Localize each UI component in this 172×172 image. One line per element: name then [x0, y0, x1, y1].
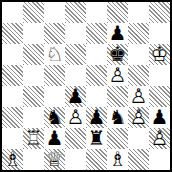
square-g1[interactable] — [128, 149, 149, 170]
square-h6[interactable]: ♚♔ — [149, 44, 170, 65]
white-pawn-h2[interactable]: ♟♙ — [149, 128, 170, 149]
square-f8[interactable] — [107, 2, 128, 23]
square-f1[interactable]: ♝♗ — [107, 149, 128, 170]
white-bishop-a1[interactable]: ♝♗ — [2, 149, 23, 170]
piece-outline: ♙ — [149, 128, 170, 149]
square-d2[interactable] — [65, 128, 86, 149]
square-b2[interactable]: ♜♖ — [23, 128, 44, 149]
square-a5[interactable] — [2, 65, 23, 86]
square-h2[interactable]: ♟♙ — [149, 128, 170, 149]
piece-outline: ♗ — [107, 149, 128, 170]
square-c8[interactable] — [44, 2, 65, 23]
white-knight-c6[interactable]: ♞♘ — [44, 44, 65, 65]
square-h8[interactable] — [149, 2, 170, 23]
square-h7[interactable] — [149, 23, 170, 44]
square-h4[interactable] — [149, 86, 170, 107]
black-rook-e2[interactable]: ♜ — [86, 128, 107, 149]
piece-outline: ♙ — [128, 107, 149, 128]
white-pawn-f5[interactable]: ♟♙ — [107, 65, 128, 86]
piece-outline: ♘ — [44, 44, 65, 65]
square-f7[interactable]: ♟ — [107, 23, 128, 44]
chess-diagram: ♟♞♘♚♚♔♟♙♟♟♙♞♟♙♟♞♟♙♟♜♖♟♜♟♙♝♗♛♕♝♗ — [0, 0, 172, 172]
black-pawn-h3[interactable]: ♟ — [149, 107, 170, 128]
square-c2[interactable]: ♟ — [44, 128, 65, 149]
square-f4[interactable] — [107, 86, 128, 107]
piece-outline: ♔ — [149, 44, 170, 65]
square-b4[interactable] — [23, 86, 44, 107]
black-pawn-e3[interactable]: ♟ — [86, 107, 107, 128]
white-bishop-f1[interactable]: ♝♗ — [107, 149, 128, 170]
piece-outline: ♙ — [107, 65, 128, 86]
square-h5[interactable] — [149, 65, 170, 86]
square-h1[interactable] — [149, 149, 170, 170]
black-knight-f3[interactable]: ♞ — [107, 107, 128, 128]
square-g4[interactable]: ♟♙ — [128, 86, 149, 107]
square-e8[interactable] — [86, 2, 107, 23]
square-d8[interactable] — [65, 2, 86, 23]
square-f5[interactable]: ♟♙ — [107, 65, 128, 86]
square-a6[interactable] — [2, 44, 23, 65]
piece-outline: ♗ — [2, 149, 23, 170]
square-b6[interactable] — [23, 44, 44, 65]
white-pawn-g3[interactable]: ♟♙ — [128, 107, 149, 128]
piece-outline: ♕ — [44, 149, 65, 170]
black-pawn-c2[interactable]: ♟ — [44, 128, 65, 149]
square-d6[interactable] — [65, 44, 86, 65]
square-c7[interactable] — [44, 23, 65, 44]
square-b7[interactable] — [23, 23, 44, 44]
square-a2[interactable] — [2, 128, 23, 149]
square-a8[interactable] — [2, 2, 23, 23]
square-f2[interactable] — [107, 128, 128, 149]
black-pawn-d4[interactable]: ♟ — [65, 86, 86, 107]
square-b8[interactable] — [23, 2, 44, 23]
square-a1[interactable]: ♝♗ — [2, 149, 23, 170]
square-c3[interactable]: ♞ — [44, 107, 65, 128]
white-pawn-d3[interactable]: ♟♙ — [65, 107, 86, 128]
square-g5[interactable] — [128, 65, 149, 86]
square-d5[interactable] — [65, 65, 86, 86]
square-a3[interactable] — [2, 107, 23, 128]
board-frame: ♟♞♘♚♚♔♟♙♟♟♙♞♟♙♟♞♟♙♟♜♖♟♜♟♙♝♗♛♕♝♗ — [0, 0, 172, 172]
square-b1[interactable] — [23, 149, 44, 170]
square-d7[interactable] — [65, 23, 86, 44]
chess-board: ♟♞♘♚♚♔♟♙♟♟♙♞♟♙♟♞♟♙♟♜♖♟♜♟♙♝♗♛♕♝♗ — [2, 2, 170, 170]
square-g6[interactable] — [128, 44, 149, 65]
square-e1[interactable] — [86, 149, 107, 170]
square-e4[interactable] — [86, 86, 107, 107]
square-c1[interactable]: ♛♕ — [44, 149, 65, 170]
white-rook-b2[interactable]: ♜♖ — [23, 128, 44, 149]
piece-outline: ♙ — [128, 86, 149, 107]
square-f3[interactable]: ♞ — [107, 107, 128, 128]
white-queen-c1[interactable]: ♛♕ — [44, 149, 65, 170]
white-king-h6[interactable]: ♚♔ — [149, 44, 170, 65]
square-g8[interactable] — [128, 2, 149, 23]
square-d4[interactable]: ♟ — [65, 86, 86, 107]
square-e2[interactable]: ♜ — [86, 128, 107, 149]
square-c6[interactable]: ♞♘ — [44, 44, 65, 65]
square-c5[interactable] — [44, 65, 65, 86]
square-h3[interactable]: ♟ — [149, 107, 170, 128]
square-b3[interactable] — [23, 107, 44, 128]
square-e6[interactable] — [86, 44, 107, 65]
square-e5[interactable] — [86, 65, 107, 86]
square-e7[interactable] — [86, 23, 107, 44]
black-pawn-f7[interactable]: ♟ — [107, 23, 128, 44]
square-b5[interactable] — [23, 65, 44, 86]
black-king-f6[interactable]: ♚ — [107, 44, 128, 65]
square-d1[interactable] — [65, 149, 86, 170]
square-g3[interactable]: ♟♙ — [128, 107, 149, 128]
white-pawn-g4[interactable]: ♟♙ — [128, 86, 149, 107]
black-knight-c3[interactable]: ♞ — [44, 107, 65, 128]
square-a4[interactable] — [2, 86, 23, 107]
piece-outline: ♖ — [23, 128, 44, 149]
piece-outline: ♙ — [65, 107, 86, 128]
square-a7[interactable] — [2, 23, 23, 44]
square-f6[interactable]: ♚ — [107, 44, 128, 65]
square-d3[interactable]: ♟♙ — [65, 107, 86, 128]
square-g7[interactable] — [128, 23, 149, 44]
square-c4[interactable] — [44, 86, 65, 107]
square-g2[interactable] — [128, 128, 149, 149]
square-e3[interactable]: ♟ — [86, 107, 107, 128]
